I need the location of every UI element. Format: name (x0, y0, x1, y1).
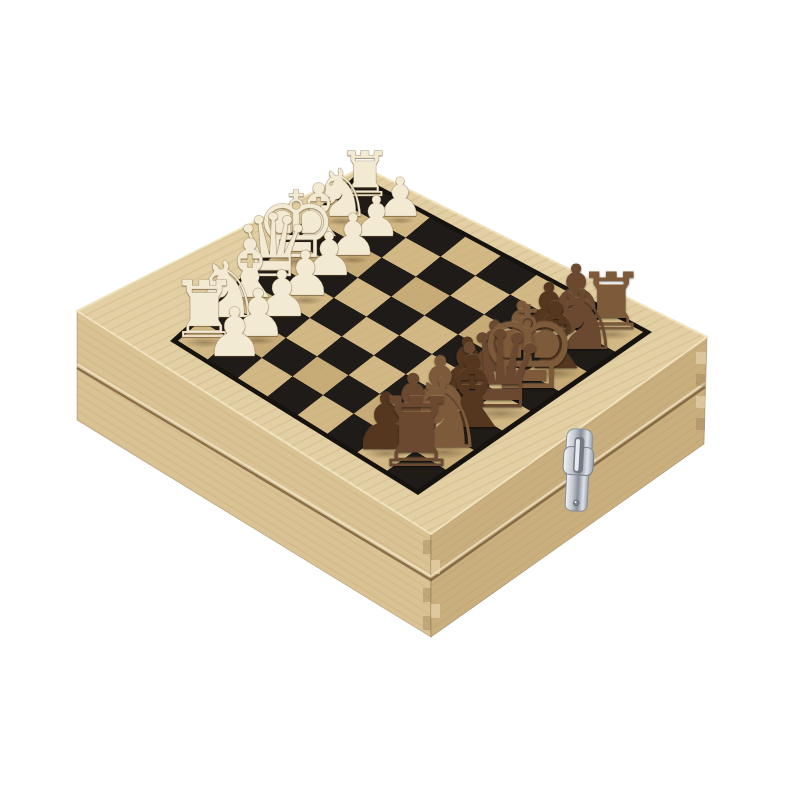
finger-joint (696, 374, 705, 386)
finger-joint (431, 560, 440, 574)
finger-joint (423, 588, 431, 602)
finger-joint (423, 540, 431, 554)
finger-joint (423, 616, 431, 630)
finger-joint (696, 418, 705, 430)
product-photo: ♜♟♞♟♝♟♚♟♛♟♝♟♟♞♜♟♟♜♞♟♟♝♟♚♟♛♟♝♟♞♟♜ rnbqkbn… (0, 0, 800, 800)
finger-joint (696, 352, 706, 364)
finger-joint (431, 604, 440, 618)
finger-joint (696, 396, 706, 408)
piece-white-pawn-a2[interactable]: ♟ (204, 299, 265, 367)
piece-black-rook-a8[interactable]: ♜ (373, 386, 459, 482)
